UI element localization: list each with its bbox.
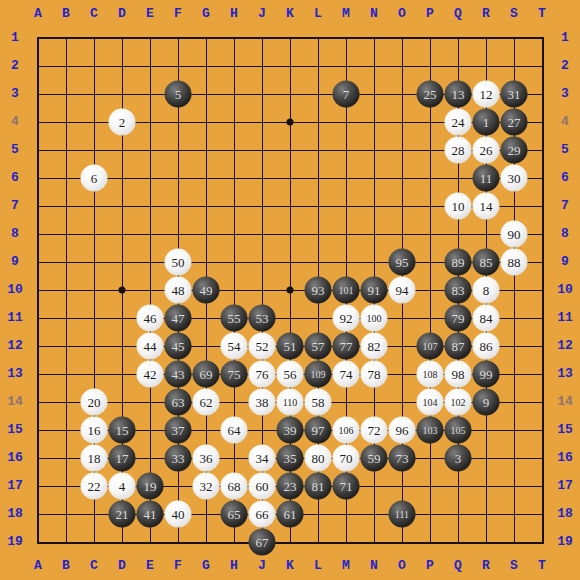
go-stone-36-G16[interactable]: 36 <box>193 445 220 472</box>
go-stone-61-K18[interactable]: 61 <box>277 501 304 528</box>
stone-move-number: 53 <box>256 310 269 326</box>
coordinate-label-top-N: N <box>360 6 388 22</box>
go-stone-85-R9[interactable]: 85 <box>473 249 500 276</box>
go-stone-78-N13[interactable]: 78 <box>361 361 388 388</box>
go-stone-44-E12[interactable]: 44 <box>137 333 164 360</box>
coordinate-label-bottom-F: F <box>164 558 192 574</box>
go-stone-106-M15[interactable]: 106 <box>333 417 360 444</box>
coordinate-label-bottom-B: B <box>52 558 80 574</box>
stone-move-number: 23 <box>284 478 297 494</box>
stone-move-number: 82 <box>368 338 381 354</box>
go-stone-43-F13[interactable]: 43 <box>165 361 192 388</box>
coordinate-label-top-L: L <box>304 6 332 22</box>
stone-move-number: 96 <box>396 422 409 438</box>
stone-move-number: 97 <box>312 422 325 438</box>
stone-move-number: 3 <box>455 450 462 466</box>
go-stone-48-F10[interactable]: 48 <box>165 277 192 304</box>
stone-move-number: 49 <box>200 282 213 298</box>
go-stone-21-D18[interactable]: 21 <box>109 501 136 528</box>
go-stone-26-R5[interactable]: 26 <box>473 137 500 164</box>
coordinate-label-bottom-G: G <box>192 558 220 574</box>
stone-move-number: 109 <box>311 369 326 380</box>
stone-move-number: 90 <box>508 226 521 242</box>
coordinate-label-left-14: 14 <box>1 394 29 410</box>
coordinate-label-left-19: 19 <box>1 534 29 550</box>
stone-move-number: 102 <box>451 397 466 408</box>
go-stone-70-M16[interactable]: 70 <box>333 445 360 472</box>
coordinate-label-left-15: 15 <box>1 422 29 438</box>
coordinate-label-top-J: J <box>248 6 276 22</box>
go-stone-96-O15[interactable]: 96 <box>389 417 416 444</box>
stone-move-number: 10 <box>452 198 465 214</box>
coordinate-label-top-S: S <box>500 6 528 22</box>
go-stone-75-H13[interactable]: 75 <box>221 361 248 388</box>
go-stone-9-R14[interactable]: 9 <box>473 389 500 416</box>
grid-line-vertical <box>430 38 431 542</box>
go-stone-87-Q12[interactable]: 87 <box>445 333 472 360</box>
stone-move-number: 94 <box>396 282 409 298</box>
go-stone-95-O9[interactable]: 95 <box>389 249 416 276</box>
go-stone-35-K16[interactable]: 35 <box>277 445 304 472</box>
stone-move-number: 80 <box>312 450 325 466</box>
go-stone-89-Q9[interactable]: 89 <box>445 249 472 276</box>
go-stone-42-E13[interactable]: 42 <box>137 361 164 388</box>
coordinate-label-right-15: 15 <box>551 422 579 438</box>
stone-move-number: 107 <box>423 341 438 352</box>
go-stone-83-Q10[interactable]: 83 <box>445 277 472 304</box>
coordinate-label-left-13: 13 <box>1 366 29 382</box>
stone-move-number: 86 <box>480 338 493 354</box>
coordinate-label-right-6: 6 <box>551 170 579 186</box>
go-stone-103-P15[interactable]: 103 <box>417 417 444 444</box>
go-stone-1-R4[interactable]: 1 <box>473 109 500 136</box>
coordinate-label-right-8: 8 <box>551 226 579 242</box>
coordinate-label-left-6: 6 <box>1 170 29 186</box>
coordinate-label-right-13: 13 <box>551 366 579 382</box>
stone-move-number: 54 <box>228 338 241 354</box>
stone-move-number: 75 <box>228 366 241 382</box>
stone-move-number: 84 <box>480 310 493 326</box>
stone-move-number: 100 <box>367 313 382 324</box>
stone-move-number: 28 <box>452 142 465 158</box>
stone-move-number: 5 <box>175 86 182 102</box>
go-stone-8-R10[interactable]: 8 <box>473 277 500 304</box>
stone-move-number: 104 <box>423 397 438 408</box>
coordinate-label-bottom-O: O <box>388 558 416 574</box>
coordinate-label-right-9: 9 <box>551 254 579 270</box>
go-stone-98-Q13[interactable]: 98 <box>445 361 472 388</box>
stone-move-number: 106 <box>339 425 354 436</box>
go-stone-59-N16[interactable]: 59 <box>361 445 388 472</box>
stone-move-number: 61 <box>284 506 297 522</box>
stone-move-number: 92 <box>340 310 353 326</box>
stone-move-number: 27 <box>508 114 521 130</box>
go-stone-107-P12[interactable]: 107 <box>417 333 444 360</box>
stone-move-number: 78 <box>368 366 381 382</box>
coordinate-label-bottom-H: H <box>220 558 248 574</box>
go-stone-19-E17[interactable]: 19 <box>137 473 164 500</box>
stone-move-number: 64 <box>228 422 241 438</box>
stone-move-number: 36 <box>200 450 213 466</box>
go-stone-7-M3[interactable]: 7 <box>333 81 360 108</box>
go-stone-88-S9[interactable]: 88 <box>501 249 528 276</box>
go-stone-41-E18[interactable]: 41 <box>137 501 164 528</box>
stone-move-number: 63 <box>172 394 185 410</box>
stone-move-number: 76 <box>256 366 269 382</box>
go-stone-68-H17[interactable]: 68 <box>221 473 248 500</box>
stone-move-number: 67 <box>256 534 269 550</box>
coordinate-label-bottom-R: R <box>472 558 500 574</box>
go-stone-111-O18[interactable]: 111 <box>389 501 416 528</box>
stone-move-number: 48 <box>172 282 185 298</box>
coordinate-label-right-3: 3 <box>551 86 579 102</box>
go-stone-49-G10[interactable]: 49 <box>193 277 220 304</box>
go-stone-24-Q4[interactable]: 24 <box>445 109 472 136</box>
stone-move-number: 44 <box>144 338 157 354</box>
coordinate-label-right-5: 5 <box>551 142 579 158</box>
go-stone-16-C15[interactable]: 16 <box>81 417 108 444</box>
stone-move-number: 52 <box>256 338 269 354</box>
go-stone-23-K17[interactable]: 23 <box>277 473 304 500</box>
coordinate-label-bottom-N: N <box>360 558 388 574</box>
go-stone-82-N12[interactable]: 82 <box>361 333 388 360</box>
go-stone-99-R13[interactable]: 99 <box>473 361 500 388</box>
coordinate-label-bottom-P: P <box>416 558 444 574</box>
stone-move-number: 55 <box>228 310 241 326</box>
go-stone-100-N11[interactable]: 100 <box>361 305 388 332</box>
go-stone-4-D17[interactable]: 4 <box>109 473 136 500</box>
go-stone-46-E11[interactable]: 46 <box>137 305 164 332</box>
go-stone-45-F12[interactable]: 45 <box>165 333 192 360</box>
stone-move-number: 89 <box>452 254 465 270</box>
stone-move-number: 13 <box>452 86 465 102</box>
stone-move-number: 68 <box>228 478 241 494</box>
go-stone-74-M13[interactable]: 74 <box>333 361 360 388</box>
go-stone-56-K13[interactable]: 56 <box>277 361 304 388</box>
go-stone-104-P14[interactable]: 104 <box>417 389 444 416</box>
stone-move-number: 31 <box>508 86 521 102</box>
coordinate-label-top-T: T <box>528 6 556 22</box>
coordinate-label-right-17: 17 <box>551 478 579 494</box>
stone-move-number: 18 <box>88 450 101 466</box>
go-stone-102-Q14[interactable]: 102 <box>445 389 472 416</box>
go-stone-6-C6[interactable]: 6 <box>81 165 108 192</box>
go-stone-31-S3[interactable]: 31 <box>501 81 528 108</box>
go-stone-33-F16[interactable]: 33 <box>165 445 192 472</box>
coordinate-label-left-17: 17 <box>1 478 29 494</box>
go-stone-93-L10[interactable]: 93 <box>305 277 332 304</box>
stone-move-number: 33 <box>172 450 185 466</box>
coordinate-label-left-8: 8 <box>1 226 29 242</box>
coordinate-label-top-D: D <box>108 6 136 22</box>
coordinate-label-left-4: 4 <box>1 114 29 130</box>
coordinate-label-top-P: P <box>416 6 444 22</box>
stone-move-number: 4 <box>119 478 126 494</box>
stone-move-number: 41 <box>144 506 157 522</box>
stone-move-number: 88 <box>508 254 521 270</box>
go-stone-71-M17[interactable]: 71 <box>333 473 360 500</box>
stone-move-number: 93 <box>312 282 325 298</box>
stone-move-number: 79 <box>452 310 465 326</box>
coordinate-label-bottom-A: A <box>24 558 52 574</box>
go-stone-110-K14[interactable]: 110 <box>277 389 304 416</box>
stone-move-number: 50 <box>172 254 185 270</box>
stone-move-number: 74 <box>340 366 353 382</box>
coordinate-label-left-10: 10 <box>1 282 29 298</box>
go-stone-67-J19[interactable]: 67 <box>249 529 276 556</box>
coordinate-label-right-4: 4 <box>551 114 579 130</box>
go-stone-64-H15[interactable]: 64 <box>221 417 248 444</box>
coordinate-label-left-9: 9 <box>1 254 29 270</box>
go-stone-65-H18[interactable]: 65 <box>221 501 248 528</box>
coordinate-label-bottom-Q: Q <box>444 558 472 574</box>
go-stone-91-N10[interactable]: 91 <box>361 277 388 304</box>
stone-move-number: 60 <box>256 478 269 494</box>
go-stone-101-M10[interactable]: 101 <box>333 277 360 304</box>
hoshi-point-K4 <box>287 119 294 126</box>
go-stone-17-D16[interactable]: 17 <box>109 445 136 472</box>
coordinate-label-left-11: 11 <box>1 310 29 326</box>
go-stone-15-D15[interactable]: 15 <box>109 417 136 444</box>
coordinate-label-top-O: O <box>388 6 416 22</box>
stone-move-number: 46 <box>144 310 157 326</box>
go-stone-3-Q16[interactable]: 3 <box>445 445 472 472</box>
stone-move-number: 38 <box>256 394 269 410</box>
coordinate-label-left-16: 16 <box>1 450 29 466</box>
stone-move-number: 56 <box>284 366 297 382</box>
go-stone-105-Q15[interactable]: 105 <box>445 417 472 444</box>
go-stone-54-H12[interactable]: 54 <box>221 333 248 360</box>
go-stone-51-K12[interactable]: 51 <box>277 333 304 360</box>
go-stone-52-J12[interactable]: 52 <box>249 333 276 360</box>
coordinate-label-right-1: 1 <box>551 30 579 46</box>
go-stone-29-S5[interactable]: 29 <box>501 137 528 164</box>
coordinate-label-bottom-D: D <box>108 558 136 574</box>
stone-move-number: 7 <box>343 86 350 102</box>
go-stone-86-R12[interactable]: 86 <box>473 333 500 360</box>
go-stone-81-L17[interactable]: 81 <box>305 473 332 500</box>
coordinate-label-top-G: G <box>192 6 220 22</box>
stone-move-number: 51 <box>284 338 297 354</box>
coordinate-label-top-E: E <box>136 6 164 22</box>
hoshi-point-D10 <box>119 287 126 294</box>
go-stone-76-J13[interactable]: 76 <box>249 361 276 388</box>
coordinate-label-top-R: R <box>472 6 500 22</box>
stone-move-number: 111 <box>395 509 409 520</box>
coordinate-label-bottom-M: M <box>332 558 360 574</box>
go-stone-60-J17[interactable]: 60 <box>249 473 276 500</box>
coordinate-label-top-F: F <box>164 6 192 22</box>
stone-move-number: 98 <box>452 366 465 382</box>
stone-move-number: 58 <box>312 394 325 410</box>
go-stone-47-F11[interactable]: 47 <box>165 305 192 332</box>
coordinate-label-top-C: C <box>80 6 108 22</box>
stone-move-number: 83 <box>452 282 465 298</box>
go-stone-18-C16[interactable]: 18 <box>81 445 108 472</box>
coordinate-label-top-K: K <box>276 6 304 22</box>
stone-move-number: 95 <box>396 254 409 270</box>
stone-move-number: 69 <box>200 366 213 382</box>
go-stone-63-F14[interactable]: 63 <box>165 389 192 416</box>
coordinate-label-bottom-T: T <box>528 558 556 574</box>
go-stone-53-J11[interactable]: 53 <box>249 305 276 332</box>
hoshi-point-K10 <box>287 287 294 294</box>
go-stone-32-G17[interactable]: 32 <box>193 473 220 500</box>
stone-move-number: 24 <box>452 114 465 130</box>
stone-move-number: 15 <box>116 422 129 438</box>
go-stone-38-J14[interactable]: 38 <box>249 389 276 416</box>
stone-move-number: 14 <box>480 198 493 214</box>
coordinate-label-left-18: 18 <box>1 506 29 522</box>
go-stone-73-O16[interactable]: 73 <box>389 445 416 472</box>
go-stone-92-M11[interactable]: 92 <box>333 305 360 332</box>
go-stone-108-P13[interactable]: 108 <box>417 361 444 388</box>
stone-move-number: 57 <box>312 338 325 354</box>
stone-move-number: 40 <box>172 506 185 522</box>
coordinate-label-left-5: 5 <box>1 142 29 158</box>
coordinate-label-right-2: 2 <box>551 58 579 74</box>
stone-move-number: 37 <box>172 422 185 438</box>
go-stone-28-Q5[interactable]: 28 <box>445 137 472 164</box>
coordinate-label-left-3: 3 <box>1 86 29 102</box>
go-stone-94-O10[interactable]: 94 <box>389 277 416 304</box>
go-stone-109-L13[interactable]: 109 <box>305 361 332 388</box>
stone-move-number: 30 <box>508 170 521 186</box>
go-stone-30-S6[interactable]: 30 <box>501 165 528 192</box>
stone-move-number: 6 <box>91 170 98 186</box>
coordinate-label-right-14: 14 <box>551 394 579 410</box>
stone-move-number: 85 <box>480 254 493 270</box>
coordinate-label-right-16: 16 <box>551 450 579 466</box>
coordinate-label-left-1: 1 <box>1 30 29 46</box>
stone-move-number: 35 <box>284 450 297 466</box>
coordinate-label-left-12: 12 <box>1 338 29 354</box>
coordinate-label-right-10: 10 <box>551 282 579 298</box>
go-stone-90-S8[interactable]: 90 <box>501 221 528 248</box>
go-stone-34-J16[interactable]: 34 <box>249 445 276 472</box>
stone-move-number: 65 <box>228 506 241 522</box>
coordinate-label-bottom-E: E <box>136 558 164 574</box>
stone-move-number: 34 <box>256 450 269 466</box>
stone-move-number: 9 <box>483 394 490 410</box>
stone-move-number: 103 <box>423 425 438 436</box>
coordinate-label-top-H: H <box>220 6 248 22</box>
stone-move-number: 72 <box>368 422 381 438</box>
go-game-screen: AABBCCDDEEFFGGHHJJKKLLMMNNOOPPQQRRSSTT11… <box>0 0 580 580</box>
stone-move-number: 66 <box>256 506 269 522</box>
go-stone-69-G13[interactable]: 69 <box>193 361 220 388</box>
go-stone-57-L12[interactable]: 57 <box>305 333 332 360</box>
stone-move-number: 32 <box>200 478 213 494</box>
go-stone-22-C17[interactable]: 22 <box>81 473 108 500</box>
stone-move-number: 25 <box>424 86 437 102</box>
coordinate-label-right-12: 12 <box>551 338 579 354</box>
coordinate-label-left-2: 2 <box>1 58 29 74</box>
coordinate-label-right-11: 11 <box>551 310 579 326</box>
coordinate-label-bottom-C: C <box>80 558 108 574</box>
stone-move-number: 16 <box>88 422 101 438</box>
stone-move-number: 99 <box>480 366 493 382</box>
go-stone-66-J18[interactable]: 66 <box>249 501 276 528</box>
coordinate-label-left-7: 7 <box>1 198 29 214</box>
stone-move-number: 20 <box>88 394 101 410</box>
go-stone-50-F9[interactable]: 50 <box>165 249 192 276</box>
go-stone-13-Q3[interactable]: 13 <box>445 81 472 108</box>
stone-move-number: 12 <box>480 86 493 102</box>
coordinate-label-right-7: 7 <box>551 198 579 214</box>
stone-move-number: 42 <box>144 366 157 382</box>
go-stone-84-R11[interactable]: 84 <box>473 305 500 332</box>
stone-move-number: 17 <box>116 450 129 466</box>
stone-move-number: 91 <box>368 282 381 298</box>
go-stone-62-G14[interactable]: 62 <box>193 389 220 416</box>
stone-move-number: 39 <box>284 422 297 438</box>
coordinate-label-top-B: B <box>52 6 80 22</box>
coordinate-label-top-A: A <box>24 6 52 22</box>
go-stone-77-M12[interactable]: 77 <box>333 333 360 360</box>
stone-move-number: 43 <box>172 366 185 382</box>
coordinate-label-top-Q: Q <box>444 6 472 22</box>
coordinate-label-bottom-K: K <box>276 558 304 574</box>
stone-move-number: 108 <box>423 369 438 380</box>
stone-move-number: 19 <box>144 478 157 494</box>
stone-move-number: 62 <box>200 394 213 410</box>
stone-move-number: 71 <box>340 478 353 494</box>
stone-move-number: 11 <box>480 170 493 186</box>
go-stone-27-S4[interactable]: 27 <box>501 109 528 136</box>
go-stone-40-F18[interactable]: 40 <box>165 501 192 528</box>
stone-move-number: 47 <box>172 310 185 326</box>
coordinate-label-bottom-L: L <box>304 558 332 574</box>
stone-move-number: 105 <box>451 425 466 436</box>
stone-move-number: 101 <box>339 285 354 296</box>
go-stone-10-Q7[interactable]: 10 <box>445 193 472 220</box>
stone-move-number: 22 <box>88 478 101 494</box>
go-stone-58-L14[interactable]: 58 <box>305 389 332 416</box>
coordinate-label-right-18: 18 <box>551 506 579 522</box>
stone-move-number: 77 <box>340 338 353 354</box>
stone-move-number: 2 <box>119 114 126 130</box>
go-board[interactable]: AABBCCDDEEFFGGHHJJKKLLMMNNOOPPQQRRSSTT11… <box>0 0 580 580</box>
stone-move-number: 70 <box>340 450 353 466</box>
go-stone-12-R3[interactable]: 12 <box>473 81 500 108</box>
coordinate-label-top-M: M <box>332 6 360 22</box>
stone-move-number: 110 <box>283 397 298 408</box>
stone-move-number: 1 <box>483 114 490 130</box>
stone-move-number: 87 <box>452 338 465 354</box>
go-stone-11-R6[interactable]: 11 <box>473 165 500 192</box>
go-stone-25-P3[interactable]: 25 <box>417 81 444 108</box>
go-stone-72-N15[interactable]: 72 <box>361 417 388 444</box>
go-stone-79-Q11[interactable]: 79 <box>445 305 472 332</box>
go-stone-2-D4[interactable]: 2 <box>109 109 136 136</box>
go-stone-39-K15[interactable]: 39 <box>277 417 304 444</box>
go-stone-14-R7[interactable]: 14 <box>473 193 500 220</box>
go-stone-5-F3[interactable]: 5 <box>165 81 192 108</box>
stone-move-number: 59 <box>368 450 381 466</box>
go-stone-97-L15[interactable]: 97 <box>305 417 332 444</box>
stone-move-number: 81 <box>312 478 325 494</box>
go-stone-55-H11[interactable]: 55 <box>221 305 248 332</box>
stone-move-number: 29 <box>508 142 521 158</box>
go-stone-37-F15[interactable]: 37 <box>165 417 192 444</box>
stone-move-number: 45 <box>172 338 185 354</box>
stone-move-number: 8 <box>483 282 490 298</box>
stone-move-number: 73 <box>396 450 409 466</box>
coordinate-label-bottom-J: J <box>248 558 276 574</box>
go-stone-20-C14[interactable]: 20 <box>81 389 108 416</box>
go-stone-80-L16[interactable]: 80 <box>305 445 332 472</box>
